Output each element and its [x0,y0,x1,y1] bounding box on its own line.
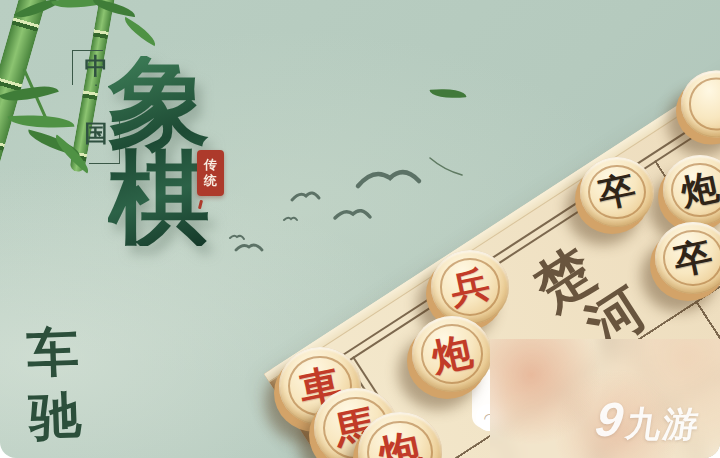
watermark-text: 九游 [624,406,703,441]
branch-stem-icon [430,158,462,175]
bird-icon [335,211,370,218]
floating-leaf-icon [430,86,467,101]
xiangqi-piece-卒[interactable]: 卒 [655,222,720,294]
bird-icon [236,245,262,250]
page-title: 象 棋 [108,56,210,246]
slogan-vertical: 车 驰 [22,319,86,450]
promo-canvas: 楚 河 ◠ 炮卒卒兵炮車馬炮 9 九游 [0,0,720,458]
bamboo-leaf-icon [0,77,59,109]
slogan-char-chi: 驰 [24,383,86,450]
bird-icon [292,193,319,200]
bird-icon [284,218,297,220]
xiangqi-piece-炮[interactable]: 炮 [663,155,720,225]
bird-icon [230,236,244,239]
watermark-logo-icon: 9 [593,396,626,444]
bamboo-leaf-icon [120,17,160,47]
xiangqi-piece[interactable] [681,71,720,138]
tradition-seal: 传 统 [197,150,224,196]
title-char-xiang: 象 [108,56,210,151]
xiangqi-piece-炮[interactable]: 炮 [412,316,492,392]
seal-char-tong: 统 [204,173,217,189]
bamboo-twig-icon [22,68,48,122]
xiangqi-piece-卒[interactable]: 卒 [580,157,654,227]
bamboo-leaf-icon [91,0,136,17]
bamboo-leaf-icon [8,112,75,132]
slogan-char-che: 车 [22,319,84,386]
bamboo-leaf-icon [25,129,83,156]
title-char-qi: 棋 [108,151,210,246]
seal-char-chuan: 传 [204,157,217,173]
bamboo-leaf-icon [51,0,105,14]
watermark-9game: 9 九游 [593,396,704,444]
bamboo-leaf-icon [14,0,60,26]
xiangqi-piece-炮[interactable]: 炮 [358,412,442,458]
bird-icon [358,172,419,186]
bamboo-stalk-icon [0,0,54,234]
